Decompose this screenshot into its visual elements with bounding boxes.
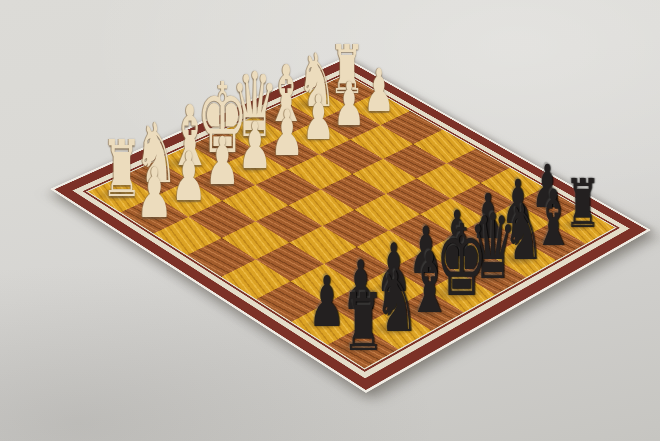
board-trim-band: [73, 67, 630, 378]
board-frame-band: [55, 59, 647, 390]
photo-scene: ♜♝♞♛♚♝♞♜♟♟♟♟♟♟♟♟♟♟♟♟♟♟♟♟♜♞♝♛♚♝♞♜: [0, 0, 660, 441]
board-inner-frame: [83, 72, 620, 372]
chess-board: [50, 57, 651, 393]
board-grid: [88, 75, 614, 369]
